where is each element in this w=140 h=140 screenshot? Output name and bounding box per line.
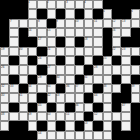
clue-number: 40 (1, 93, 4, 96)
clue-number: 15 (47, 28, 50, 31)
blocked-cell-r8c12 (112, 75, 121, 84)
cell-r8c9[interactable]: 31 (84, 75, 93, 84)
cell-r11c4[interactable]: 45 (37, 103, 46, 112)
clue-number: 7 (10, 19, 12, 22)
clue-number: 38 (103, 84, 106, 87)
blocked-cell-r11c7 (65, 103, 74, 112)
cell-r11c9[interactable] (84, 103, 93, 112)
cell-r6c0[interactable] (0, 56, 9, 65)
clue-number: 53 (84, 121, 87, 124)
clue-number: 36 (66, 84, 69, 87)
clue-number: 29 (38, 75, 41, 78)
blocked-cell-r13c4 (37, 121, 46, 130)
cell-r0c7[interactable]: 3 (65, 0, 74, 9)
blocked-cell-r11c3 (28, 103, 37, 112)
blocked-cell-r9c6 (56, 84, 65, 93)
blocked-cell-r10c12 (112, 93, 121, 102)
cell-r14c4[interactable]: 54 (37, 131, 46, 140)
cell-r7c2[interactable] (19, 65, 28, 74)
blocked-cell-r1c4 (37, 9, 46, 18)
cell-r10c6[interactable]: 43 (56, 93, 65, 102)
cell-r5c9[interactable] (84, 47, 93, 56)
blocked-cell-r4c13 (121, 37, 130, 46)
clue-number: 22 (112, 47, 115, 50)
clue-number: 9 (56, 19, 58, 22)
cell-r5c1[interactable] (9, 47, 18, 56)
clue-number: 11 (94, 19, 97, 22)
blocked-cell-r0c2 (19, 0, 28, 9)
clue-number: 50 (47, 112, 50, 115)
clue-number: 35 (47, 84, 50, 87)
cell-r10c11[interactable] (103, 93, 112, 102)
cell-r3c6[interactable] (56, 28, 65, 37)
cell-r12c12[interactable] (112, 112, 121, 121)
cell-r5c10[interactable] (93, 47, 102, 56)
cell-r1c9[interactable] (84, 9, 93, 18)
clue-number: 27 (47, 65, 50, 68)
cell-r5c8[interactable] (75, 47, 84, 56)
cell-r10c2[interactable]: 41 (19, 93, 28, 102)
cell-r10c0[interactable]: 40 (0, 93, 9, 102)
cell-r1c11[interactable]: 5 (103, 9, 112, 18)
clue-number: 39 (131, 84, 134, 87)
cell-r0c8[interactable] (75, 0, 84, 9)
clue-number: 26 (1, 65, 4, 68)
cell-r14c9[interactable] (84, 131, 93, 140)
cell-r7c3[interactable] (28, 65, 37, 74)
blocked-cell-r7c9 (84, 65, 93, 74)
cell-r5c0[interactable]: 19 (0, 47, 9, 56)
clue-number: 19 (1, 47, 4, 50)
blocked-cell-r1c1 (9, 9, 18, 18)
cell-r7c12[interactable] (112, 65, 121, 74)
cell-r5c13[interactable]: 23 (121, 47, 130, 56)
cell-r10c1[interactable] (9, 93, 18, 102)
cell-r6c5[interactable] (47, 56, 56, 65)
cell-r10c8[interactable] (75, 93, 84, 102)
cell-r7c0[interactable]: 26 (0, 65, 9, 74)
blocked-cell-r4c14 (131, 37, 140, 46)
blocked-cell-r1c6 (56, 9, 65, 18)
cell-r2c1[interactable]: 7 (9, 19, 18, 28)
blocked-cell-r14c1 (9, 131, 18, 140)
blocked-cell-r6c8 (75, 56, 84, 65)
cell-r0c3[interactable]: 1 (28, 0, 37, 9)
clue-number: 8 (38, 19, 40, 22)
cell-r7c14[interactable] (131, 65, 140, 74)
clue-number: 23 (122, 47, 125, 50)
cell-r0c10[interactable] (93, 0, 102, 9)
cell-r10c3[interactable] (28, 93, 37, 102)
cell-r1c7[interactable] (65, 9, 74, 18)
blocked-cell-r3c11 (103, 28, 112, 37)
cell-r1c14[interactable]: 6 (131, 9, 140, 18)
cell-r3c5[interactable]: 15 (47, 28, 56, 37)
blocked-cell-r12c14 (131, 112, 140, 121)
clue-number: 14 (28, 28, 31, 31)
cell-r3c13[interactable] (121, 28, 130, 37)
cell-r1c3[interactable] (28, 9, 37, 18)
cell-r10c14[interactable] (131, 93, 140, 102)
cell-r11c8[interactable]: 46 (75, 103, 84, 112)
clue-number: 31 (84, 75, 87, 78)
blocked-cell-r11c14 (131, 103, 140, 112)
cell-r9c8[interactable]: 37 (75, 84, 84, 93)
clue-number: 44 (94, 93, 97, 96)
blocked-cell-r13c2 (19, 121, 28, 130)
cell-r2c6[interactable]: 9 (56, 19, 65, 28)
blocked-cell-r13c12 (112, 121, 121, 130)
blocked-cell-r1c12 (112, 9, 121, 18)
cell-r7c8[interactable] (75, 65, 84, 74)
blocked-cell-r14c12 (112, 131, 121, 140)
blocked-cell-r8c14 (131, 75, 140, 84)
clue-number: 25 (103, 56, 106, 59)
cell-r11c13[interactable]: 47 (121, 103, 130, 112)
blocked-cell-r11c5 (47, 103, 56, 112)
cell-r6c4[interactable]: 24 (37, 56, 46, 65)
cell-r13c11[interactable] (103, 121, 112, 130)
blocked-cell-r6c14 (131, 56, 140, 65)
clue-number: 48 (1, 112, 4, 115)
clue-number: 24 (38, 56, 41, 59)
blocked-cell-r14c14 (131, 131, 140, 140)
blocked-cell-r10c9 (84, 93, 93, 102)
cell-r9c7[interactable]: 36 (65, 84, 74, 93)
cell-r8c10[interactable] (93, 75, 102, 84)
blocked-cell-r4c11 (103, 37, 112, 46)
clue-number: 54 (38, 131, 41, 134)
cell-r3c1[interactable] (9, 28, 18, 37)
cell-r6c7[interactable] (65, 56, 74, 65)
cell-r9c12[interactable] (112, 84, 121, 93)
clue-number: 37 (75, 84, 78, 87)
blocked-cell-r0c0 (0, 0, 9, 9)
cell-r5c7[interactable] (65, 47, 74, 56)
cell-r10c5[interactable]: 42 (47, 93, 56, 102)
blocked-cell-r9c10 (93, 84, 102, 93)
blocked-cell-r7c4 (37, 65, 46, 74)
blocked-cell-r5c4 (37, 47, 46, 56)
clue-number: 43 (56, 93, 59, 96)
blocked-cell-r4c8 (75, 37, 84, 46)
cell-r2c3[interactable] (28, 19, 37, 28)
cell-r14c8[interactable] (75, 131, 84, 140)
cell-r12c4[interactable] (37, 112, 46, 121)
blocked-cell-r8c5 (47, 75, 56, 84)
cell-r4c12[interactable] (112, 37, 121, 46)
blocked-cell-r11c1 (9, 103, 18, 112)
blocked-cell-r0c1 (9, 0, 18, 9)
clue-number: 3 (66, 0, 68, 3)
clue-number: 4 (84, 0, 86, 3)
cell-r3c9[interactable] (84, 28, 93, 37)
cell-r9c9[interactable] (84, 84, 93, 93)
cell-r5c2[interactable]: 20 (19, 47, 28, 56)
cell-r7c1[interactable] (9, 65, 18, 74)
clue-number: 5 (103, 9, 105, 12)
cell-r4c1[interactable] (9, 37, 18, 46)
cell-r12c10[interactable]: 52 (93, 112, 102, 121)
cell-r12c6[interactable] (56, 112, 65, 121)
cell-r7c6[interactable] (56, 65, 65, 74)
clue-number: 13 (122, 19, 125, 22)
blocked-cell-r11c12 (112, 103, 121, 112)
cell-r3c12[interactable]: 16 (112, 28, 121, 37)
cell-r6c9[interactable] (84, 56, 93, 65)
cell-r8c4[interactable]: 29 (37, 75, 46, 84)
cell-r4c10[interactable] (93, 37, 102, 46)
cell-r14c6[interactable] (56, 131, 65, 140)
cell-r2c7[interactable] (65, 19, 74, 28)
clue-number: 2 (47, 0, 49, 3)
blocked-cell-r13c1 (9, 121, 18, 130)
cell-r6c13[interactable] (121, 56, 130, 65)
clue-number: 30 (56, 75, 59, 78)
cell-r12c0[interactable]: 48 (0, 112, 9, 121)
cell-r5c12[interactable]: 22 (112, 47, 121, 56)
cell-r14c11[interactable] (103, 131, 112, 140)
clue-number: 6 (131, 9, 133, 12)
cell-r7c10[interactable]: 28 (93, 65, 102, 74)
cell-r13c5[interactable] (47, 121, 56, 130)
cell-r13c3[interactable] (28, 121, 37, 130)
cell-r12c11[interactable] (103, 112, 112, 121)
clue-number: 20 (19, 47, 22, 50)
blocked-cell-r1c0 (0, 9, 9, 18)
cell-r9c11[interactable]: 38 (103, 84, 112, 93)
cell-r4c9[interactable]: 18 (84, 37, 93, 46)
cell-r13c0[interactable] (0, 121, 9, 130)
cell-r14c10[interactable] (93, 131, 102, 140)
clue-number: 16 (112, 28, 115, 31)
clue-number: 21 (47, 47, 50, 50)
blocked-cell-r14c0 (0, 131, 9, 140)
blocked-cell-r1c2 (19, 9, 28, 18)
cell-r6c2[interactable] (19, 56, 28, 65)
cell-r5c3[interactable] (28, 47, 37, 56)
clue-number: 51 (66, 112, 69, 115)
blocked-cell-r0c14 (131, 0, 140, 9)
cell-r0c4[interactable] (37, 0, 46, 9)
cell-r4c7[interactable] (65, 37, 74, 46)
cell-r11c6[interactable] (56, 103, 65, 112)
cell-r9c4[interactable] (37, 84, 46, 93)
blocked-cell-r5c11 (103, 47, 112, 56)
cell-r9c14[interactable]: 39 (131, 84, 140, 93)
blocked-cell-r1c13 (121, 9, 130, 18)
cell-r0c5[interactable]: 2 (47, 0, 56, 9)
cell-r2c9[interactable] (84, 19, 93, 28)
clue-number: 34 (28, 84, 31, 87)
blocked-cell-r11c10 (93, 103, 102, 112)
cell-r11c0[interactable] (0, 103, 9, 112)
cell-r2c14[interactable] (131, 19, 140, 28)
cell-r3c7[interactable] (65, 28, 74, 37)
cell-r2c10[interactable]: 11 (93, 19, 102, 28)
clue-number: 41 (19, 93, 22, 96)
blocked-cell-r6c1 (9, 56, 18, 65)
cell-r13c9[interactable]: 53 (84, 121, 93, 130)
cell-r13c13[interactable] (121, 121, 130, 130)
blocked-cell-r3c14 (131, 28, 140, 37)
blocked-cell-r8c8 (75, 75, 84, 84)
cell-r1c5[interactable] (47, 9, 56, 18)
cell-r2c4[interactable]: 8 (37, 19, 46, 28)
cell-r9c5[interactable]: 35 (47, 84, 56, 93)
cell-r7c13[interactable] (121, 65, 130, 74)
clue-number: 52 (94, 112, 97, 115)
clue-number: 12 (112, 19, 115, 22)
cell-r12c2[interactable] (19, 112, 28, 121)
cell-r8c0[interactable] (0, 75, 9, 84)
cell-r9c3[interactable]: 34 (28, 84, 37, 93)
cell-r3c3[interactable]: 14 (28, 28, 37, 37)
blocked-cell-r0c13 (121, 0, 130, 9)
cell-r14c7[interactable] (65, 131, 74, 140)
clue-number: 46 (75, 103, 78, 106)
blocked-cell-r4c2 (19, 37, 28, 46)
blocked-cell-r4c0 (0, 37, 9, 46)
clue-number: 17 (38, 37, 41, 40)
blocked-cell-r1c10 (93, 9, 102, 18)
crossword-board: 1234567891011121314151617181920212223242… (0, 0, 140, 140)
blocked-cell-r6c12 (112, 56, 121, 65)
clue-number: 49 (28, 112, 31, 115)
clue-number: 47 (122, 103, 125, 106)
cell-r11c11[interactable] (103, 103, 112, 112)
blocked-cell-r8c1 (9, 75, 18, 84)
blocked-cell-r14c13 (121, 131, 130, 140)
blocked-cell-r0c11 (103, 0, 112, 9)
cell-r8c2[interactable] (19, 75, 28, 84)
cell-r12c1[interactable] (9, 112, 18, 121)
blocked-cell-r3c2 (19, 28, 28, 37)
cell-r7c5[interactable]: 27 (47, 65, 56, 74)
cell-r3c10[interactable] (93, 28, 102, 37)
cell-r3c4[interactable] (37, 28, 46, 37)
cell-r8c11[interactable] (103, 75, 112, 84)
clue-number: 18 (84, 37, 87, 40)
cell-r4c5[interactable] (47, 37, 56, 46)
clue-number: 32 (1, 84, 4, 87)
blocked-cell-r14c2 (19, 131, 28, 140)
cell-r3c8[interactable] (75, 28, 84, 37)
blocked-cell-r6c6 (56, 56, 65, 65)
cell-r5c5[interactable]: 21 (47, 47, 56, 56)
cell-r9c1[interactable]: 33 (9, 84, 18, 93)
cell-r12c3[interactable]: 49 (28, 112, 37, 121)
blocked-cell-r9c2 (19, 84, 28, 93)
cell-r0c9[interactable]: 4 (84, 0, 93, 9)
cell-r2c13[interactable]: 13 (121, 19, 130, 28)
blocked-cell-r10c4 (37, 93, 46, 102)
cell-r8c7[interactable] (65, 75, 74, 84)
cell-r2c11[interactable] (103, 19, 112, 28)
clue-number: 33 (10, 84, 13, 87)
cell-r14c5[interactable] (47, 131, 56, 140)
cell-r8c13[interactable] (121, 75, 130, 84)
blocked-cell-r6c3 (28, 56, 37, 65)
blocked-cell-r9c13 (121, 84, 130, 93)
cell-r12c7[interactable]: 51 (65, 112, 74, 121)
blocked-cell-r13c14 (131, 121, 140, 130)
cell-r2c2[interactable] (19, 19, 28, 28)
blocked-cell-r2c5 (47, 19, 56, 28)
cell-r10c10[interactable]: 44 (93, 93, 102, 102)
blocked-cell-r13c6 (56, 121, 65, 130)
cell-r12c13[interactable] (121, 112, 130, 121)
blocked-cell-r13c10 (93, 121, 102, 130)
cell-r7c7[interactable] (65, 65, 74, 74)
cell-r12c5[interactable]: 50 (47, 112, 56, 121)
cell-r12c8[interactable] (75, 112, 84, 121)
cell-r4c4[interactable]: 17 (37, 37, 46, 46)
blocked-cell-r2c0 (0, 19, 9, 28)
cell-r13c7[interactable] (65, 121, 74, 130)
blocked-cell-r13c8 (75, 121, 84, 130)
cell-r5c14[interactable] (131, 47, 140, 56)
blocked-cell-r1c8 (75, 9, 84, 18)
blocked-cell-r3c0 (0, 28, 9, 37)
clue-number: 28 (94, 65, 97, 68)
cell-r11c2[interactable] (19, 103, 28, 112)
blocked-cell-r8c3 (28, 75, 37, 84)
cell-r9c0[interactable]: 32 (0, 84, 9, 93)
blocked-cell-r10c13 (121, 93, 130, 102)
cell-r2c8[interactable]: 10 (75, 19, 84, 28)
blocked-cell-r0c12 (112, 0, 121, 9)
cell-r7c11[interactable] (103, 65, 112, 74)
clue-number: 1 (28, 0, 30, 3)
blocked-cell-r6c10 (93, 56, 102, 65)
blocked-cell-r4c6 (56, 37, 65, 46)
cell-r2c12[interactable]: 12 (112, 19, 121, 28)
cell-r10c7[interactable] (65, 93, 74, 102)
clue-number: 10 (75, 19, 78, 22)
blocked-cell-r12c9 (84, 112, 93, 121)
cell-r5c6[interactable] (56, 47, 65, 56)
cell-r6c11[interactable]: 25 (103, 56, 112, 65)
blocked-cell-r14c3 (28, 131, 37, 140)
blocked-cell-r4c3 (28, 37, 37, 46)
cell-r0c6[interactable] (56, 0, 65, 9)
clue-number: 42 (47, 93, 50, 96)
clue-number: 45 (38, 103, 41, 106)
cell-r8c6[interactable]: 30 (56, 75, 65, 84)
